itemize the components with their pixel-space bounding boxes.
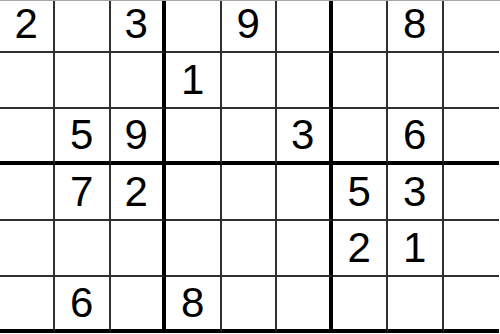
sudoku-cell-r5c3[interactable] [111, 221, 167, 277]
sudoku-cell-r6c1[interactable] [0, 277, 55, 333]
sudoku-cell-r1c3[interactable]: 3 [111, 0, 167, 53]
given-digit: 8 [403, 3, 426, 45]
sudoku-board: 23981593672532168 [0, 0, 499, 333]
sudoku-cell-r6c7[interactable] [333, 277, 389, 333]
sudoku-cell-r6c5[interactable] [222, 277, 278, 333]
sudoku-cell-r2c2[interactable] [55, 53, 111, 109]
sudoku-cell-r3c4[interactable] [166, 109, 222, 165]
sudoku-cell-r2c1[interactable] [0, 53, 55, 109]
sudoku-cell-r2c9[interactable] [444, 53, 500, 109]
sudoku-cell-r1c8[interactable]: 8 [388, 0, 444, 53]
cropped-top-border-line [0, 0, 500, 1]
sudoku-cell-r5c2[interactable] [55, 221, 111, 277]
given-digit: 2 [15, 3, 38, 45]
sudoku-cell-r4c5[interactable] [222, 165, 278, 221]
sudoku-cell-r3c8[interactable]: 6 [388, 109, 444, 165]
sudoku-cell-r2c3[interactable] [111, 53, 167, 109]
sudoku-cell-r4c7[interactable]: 5 [333, 165, 389, 221]
given-digit: 3 [403, 171, 426, 213]
sudoku-cell-r5c6[interactable] [277, 221, 333, 277]
sudoku-cell-r5c9[interactable] [444, 221, 500, 277]
sudoku-cell-r3c1[interactable] [0, 109, 55, 165]
given-digit: 5 [348, 171, 371, 213]
sudoku-cell-r1c7[interactable] [333, 0, 389, 53]
sudoku-cell-r4c2[interactable]: 7 [55, 165, 111, 221]
given-digit: 3 [125, 3, 148, 45]
sudoku-cell-r4c6[interactable] [277, 165, 333, 221]
sudoku-cell-r4c1[interactable] [0, 165, 55, 221]
sudoku-cell-r6c2[interactable]: 6 [55, 277, 111, 333]
sudoku-cell-r2c4[interactable]: 1 [166, 53, 222, 109]
sudoku-cell-r1c6[interactable] [277, 0, 333, 53]
sudoku-cell-r3c7[interactable] [333, 109, 389, 165]
sudoku-cell-r3c9[interactable] [444, 109, 500, 165]
sudoku-cell-r1c2[interactable] [55, 0, 111, 53]
sudoku-cell-r4c3[interactable]: 2 [111, 165, 167, 221]
sudoku-cell-r3c3[interactable]: 9 [111, 109, 167, 165]
sudoku-cell-r5c5[interactable] [222, 221, 278, 277]
sudoku-cell-r4c9[interactable] [444, 165, 500, 221]
sudoku-cell-r2c7[interactable] [333, 53, 389, 109]
sudoku-cell-r3c5[interactable] [222, 109, 278, 165]
sudoku-cell-r5c4[interactable] [166, 221, 222, 277]
given-digit: 6 [70, 282, 93, 324]
sudoku-cell-r1c4[interactable] [166, 0, 222, 53]
sudoku-cell-r2c8[interactable] [388, 53, 444, 109]
sudoku-cell-r6c4[interactable]: 8 [166, 277, 222, 333]
given-digit: 7 [70, 171, 93, 213]
given-digit: 8 [181, 282, 204, 324]
given-digit: 3 [291, 114, 314, 156]
sudoku-cell-r1c1[interactable]: 2 [0, 0, 55, 53]
sudoku-cell-r3c2[interactable]: 5 [55, 109, 111, 165]
given-digit: 2 [348, 227, 371, 269]
given-digit: 6 [403, 114, 426, 156]
sudoku-cell-r2c5[interactable] [222, 53, 278, 109]
sudoku-cell-r5c1[interactable] [0, 221, 55, 277]
sudoku-viewport: 23981593672532168 [0, 0, 500, 334]
sudoku-cell-r1c9[interactable] [444, 0, 500, 53]
sudoku-cell-r6c9[interactable] [444, 277, 500, 333]
sudoku-cell-r2c6[interactable] [277, 53, 333, 109]
given-digit: 1 [181, 59, 204, 101]
given-digit: 1 [403, 227, 426, 269]
sudoku-cell-r6c8[interactable] [388, 277, 444, 333]
sudoku-cell-r6c3[interactable] [111, 277, 167, 333]
sudoku-cell-r5c7[interactable]: 2 [333, 221, 389, 277]
given-digit: 9 [125, 114, 148, 156]
sudoku-cell-r4c4[interactable] [166, 165, 222, 221]
sudoku-cell-r5c8[interactable]: 1 [388, 221, 444, 277]
sudoku-cell-r3c6[interactable]: 3 [277, 109, 333, 165]
sudoku-cell-r6c6[interactable] [277, 277, 333, 333]
sudoku-cell-r4c8[interactable]: 3 [388, 165, 444, 221]
given-digit: 5 [70, 114, 93, 156]
sudoku-cell-r1c5[interactable]: 9 [222, 0, 278, 53]
given-digit: 9 [237, 3, 260, 45]
given-digit: 2 [125, 171, 148, 213]
